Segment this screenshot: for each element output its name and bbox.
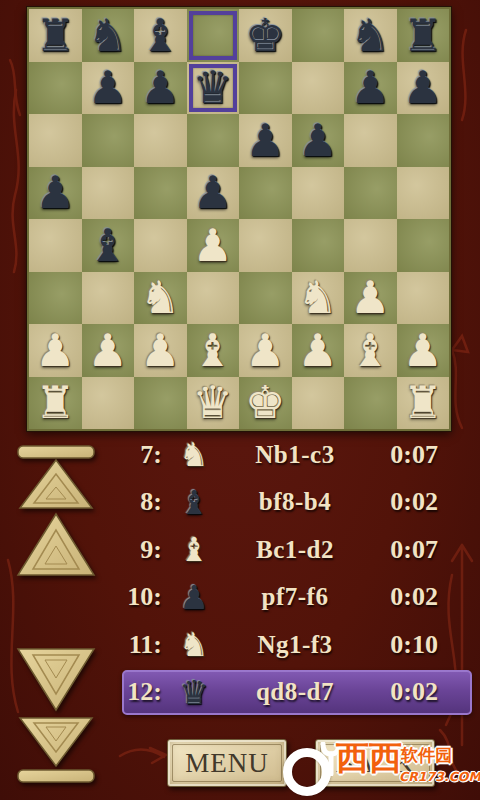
move-notation: Bc1-d2 [218, 536, 372, 564]
white-bishop-piece: ♝ [350, 328, 390, 373]
move-time: 0:07 [372, 535, 472, 565]
skip-to-end-button[interactable] [14, 716, 98, 784]
white-pawn-piece: ♟ [350, 275, 390, 320]
menu-button-label: MENU [185, 748, 269, 779]
square-a6[interactable] [29, 114, 82, 167]
move-number: 11: [118, 630, 162, 660]
square-d1[interactable]: ♛ [187, 377, 240, 430]
move-notation: pf7-f6 [218, 583, 372, 611]
white-pawn-piece: ♟ [403, 328, 443, 373]
chess-board: ♜♞♝♚♞♜♟♟♛♟♟♟♟♟♟♝♟♞♞♟♟♟♟♝♟♟♝♟♜♛♚♜ [27, 7, 451, 431]
back-button-label: BACK [335, 748, 414, 779]
black-pawn-piece: ♟ [35, 170, 75, 215]
square-c8[interactable]: ♝ [134, 9, 187, 62]
square-a3[interactable] [29, 272, 82, 325]
move-list-row-12[interactable]: 12: ♛ qd8-d7 0:02 [118, 669, 472, 717]
black-pawn-piece: ♟ [193, 170, 233, 215]
square-b3[interactable] [82, 272, 135, 325]
step-back-button[interactable] [16, 512, 96, 578]
square-d7[interactable]: ♛ [187, 62, 240, 115]
move-time: 0:10 [372, 630, 472, 660]
white-knight-piece: ♞ [298, 275, 338, 320]
black-queen-icon: ♛ [170, 676, 218, 709]
move-number: 12: [118, 677, 162, 707]
triangle-up-with-bar-icon [14, 444, 98, 512]
square-a2[interactable]: ♟ [29, 324, 82, 377]
move-list-row-9[interactable]: 9: ♝ Bc1-d2 0:07 [118, 526, 472, 574]
move-number: 7: [118, 440, 162, 470]
white-rook-piece: ♜ [403, 380, 443, 425]
square-c2[interactable]: ♟ [134, 324, 187, 377]
square-d5[interactable]: ♟ [187, 167, 240, 220]
square-b7[interactable]: ♟ [82, 62, 135, 115]
black-pawn-piece: ♟ [403, 65, 443, 110]
white-pawn-piece: ♟ [35, 328, 75, 373]
triangle-down-with-bar-icon [14, 716, 98, 784]
square-d2[interactable]: ♝ [187, 324, 240, 377]
square-f7[interactable] [292, 62, 345, 115]
move-notation: Ng1-f3 [218, 631, 372, 659]
square-c7[interactable]: ♟ [134, 62, 187, 115]
move-time: 0:07 [372, 440, 472, 470]
square-e5[interactable] [239, 167, 292, 220]
white-pawn-piece: ♟ [193, 223, 233, 268]
white-king-piece: ♚ [245, 380, 285, 425]
square-g4[interactable] [344, 219, 397, 272]
square-h5[interactable] [397, 167, 450, 220]
black-knight-piece: ♞ [350, 13, 390, 58]
square-c3[interactable]: ♞ [134, 272, 187, 325]
white-pawn-piece: ♟ [88, 328, 128, 373]
white-knight-piece: ♞ [140, 275, 180, 320]
square-b6[interactable] [82, 114, 135, 167]
square-g6[interactable] [344, 114, 397, 167]
square-b5[interactable] [82, 167, 135, 220]
square-e1[interactable]: ♚ [239, 377, 292, 430]
square-h2[interactable]: ♟ [397, 324, 450, 377]
black-pawn-piece: ♟ [140, 65, 180, 110]
white-knight-icon: ♞ [170, 438, 218, 471]
square-g8[interactable]: ♞ [344, 9, 397, 62]
move-time: 0:02 [372, 487, 472, 517]
square-d3[interactable] [187, 272, 240, 325]
move-list-row-11[interactable]: 11: ♞ Ng1-f3 0:10 [118, 621, 472, 669]
black-pawn-piece: ♟ [350, 65, 390, 110]
square-a7[interactable] [29, 62, 82, 115]
square-e6[interactable]: ♟ [239, 114, 292, 167]
triangle-down-icon [16, 646, 96, 712]
square-a5[interactable]: ♟ [29, 167, 82, 220]
square-c6[interactable] [134, 114, 187, 167]
move-time: 0:02 [372, 677, 472, 707]
black-rook-piece: ♜ [403, 13, 443, 58]
square-f3[interactable]: ♞ [292, 272, 345, 325]
move-list-row-8[interactable]: 8: ♝ bf8-b4 0:02 [118, 479, 472, 527]
black-king-piece: ♚ [245, 13, 285, 58]
square-h4[interactable] [397, 219, 450, 272]
square-a4[interactable] [29, 219, 82, 272]
square-d4[interactable]: ♟ [187, 219, 240, 272]
move-list: 7: ♞ Nb1-c3 0:07 8: ♝ bf8-b4 0:02 9: ♝ B… [118, 431, 472, 716]
black-rook-piece: ♜ [35, 13, 75, 58]
square-c4[interactable] [134, 219, 187, 272]
square-h3[interactable] [397, 272, 450, 325]
square-h6[interactable] [397, 114, 450, 167]
move-notation: bf8-b4 [218, 488, 372, 516]
black-pawn-piece: ♟ [245, 118, 285, 163]
move-list-row-10[interactable]: 10: ♟ pf7-f6 0:02 [118, 574, 472, 622]
square-a1[interactable]: ♜ [29, 377, 82, 430]
white-pawn-piece: ♟ [298, 328, 338, 373]
square-c5[interactable] [134, 167, 187, 220]
square-h1[interactable]: ♜ [397, 377, 450, 430]
square-b2[interactable]: ♟ [82, 324, 135, 377]
square-b1[interactable] [82, 377, 135, 430]
white-rook-piece: ♜ [35, 380, 75, 425]
square-g5[interactable] [344, 167, 397, 220]
white-bishop-piece: ♝ [193, 328, 233, 373]
square-c1[interactable] [134, 377, 187, 430]
white-queen-piece: ♛ [193, 380, 233, 425]
triangle-up-icon [16, 512, 96, 578]
move-notation: Nb1-c3 [218, 441, 372, 469]
black-pawn-piece: ♟ [88, 65, 128, 110]
white-pawn-piece: ♟ [140, 328, 180, 373]
move-notation: qd8-d7 [218, 678, 372, 706]
black-queen-piece: ♛ [193, 65, 233, 110]
square-e3[interactable] [239, 272, 292, 325]
skip-to-start-button[interactable] [14, 444, 98, 512]
menu-button[interactable]: MENU [167, 739, 287, 787]
square-f4[interactable] [292, 219, 345, 272]
move-list-row-7[interactable]: 7: ♞ Nb1-c3 0:07 [118, 431, 472, 479]
chess-app: { "game": "chess", "position": { "fen": … [0, 0, 480, 800]
back-button[interactable]: BACK [315, 739, 435, 787]
square-g1[interactable] [344, 377, 397, 430]
square-e8[interactable]: ♚ [239, 9, 292, 62]
square-f2[interactable]: ♟ [292, 324, 345, 377]
square-d6[interactable] [187, 114, 240, 167]
square-f5[interactable] [292, 167, 345, 220]
square-f8[interactable] [292, 9, 345, 62]
step-forward-button[interactable] [16, 646, 96, 712]
square-e7[interactable] [239, 62, 292, 115]
square-g3[interactable]: ♟ [344, 272, 397, 325]
black-pawn-piece: ♟ [298, 118, 338, 163]
square-a8[interactable]: ♜ [29, 9, 82, 62]
square-f1[interactable] [292, 377, 345, 430]
black-bishop-piece: ♝ [140, 13, 180, 58]
square-g2[interactable]: ♝ [344, 324, 397, 377]
move-number: 8: [118, 487, 162, 517]
black-knight-piece: ♞ [88, 13, 128, 58]
square-b4[interactable]: ♝ [82, 219, 135, 272]
move-time: 0:02 [372, 582, 472, 612]
square-h7[interactable]: ♟ [397, 62, 450, 115]
square-d8[interactable] [187, 9, 240, 62]
black-bishop-piece: ♝ [88, 223, 128, 268]
move-number: 9: [118, 535, 162, 565]
square-g7[interactable]: ♟ [344, 62, 397, 115]
black-bishop-icon: ♝ [170, 486, 218, 519]
square-b8[interactable]: ♞ [82, 9, 135, 62]
white-bishop-icon: ♝ [170, 533, 218, 566]
square-f6[interactable]: ♟ [292, 114, 345, 167]
move-number: 10: [118, 582, 162, 612]
black-pawn-icon: ♟ [170, 581, 218, 614]
square-e2[interactable]: ♟ [239, 324, 292, 377]
white-knight-icon: ♞ [170, 628, 218, 661]
square-h8[interactable]: ♜ [397, 9, 450, 62]
square-e4[interactable] [239, 219, 292, 272]
white-pawn-piece: ♟ [245, 328, 285, 373]
